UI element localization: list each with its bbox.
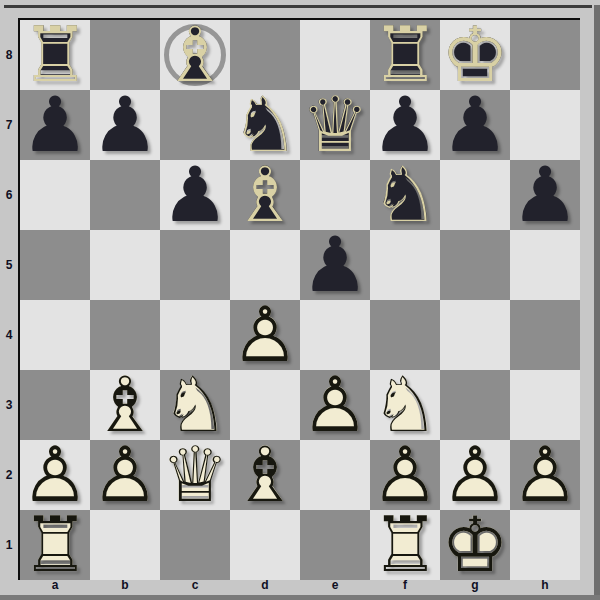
black-pawn-glyph: ♟ xyxy=(300,230,370,300)
white-rook-outline: ♖ xyxy=(370,510,440,580)
rank-label-8: 8 xyxy=(0,20,18,90)
white-pawn-outline: ♙ xyxy=(300,370,370,440)
black-bishop[interactable]: ♝♗ xyxy=(230,160,300,230)
square-g4[interactable] xyxy=(440,300,510,370)
square-e2[interactable] xyxy=(300,440,370,510)
square-c1[interactable] xyxy=(160,510,230,580)
square-d1[interactable] xyxy=(230,510,300,580)
file-label-b: b xyxy=(90,576,160,594)
rank-label-1: 1 xyxy=(0,510,18,580)
black-knight-outline: ♘ xyxy=(370,160,440,230)
white-pawn[interactable]: ♟♙ xyxy=(90,440,160,510)
black-knight[interactable]: ♞♘ xyxy=(370,160,440,230)
square-a7[interactable]: ♟ xyxy=(20,90,90,160)
black-pawn[interactable]: ♟ xyxy=(300,230,370,300)
square-e7[interactable]: ♛♕ xyxy=(300,90,370,160)
white-king-outline: ♔ xyxy=(440,510,510,580)
square-f5[interactable] xyxy=(370,230,440,300)
black-pawn-glyph: ♟ xyxy=(160,160,230,230)
frame-bevel-right xyxy=(594,5,600,600)
chess-board: ♜♖♝♗♜♖♚♔♟♟♞♘♛♕♟♟♟♝♗♞♘♟♟♟♙♝♗♞♘♟♙♞♘♟♙♟♙♛♕♝… xyxy=(18,18,580,580)
file-label-e: e xyxy=(300,576,370,594)
square-h1[interactable] xyxy=(510,510,580,580)
file-label-h: h xyxy=(510,576,580,594)
rank-label-2: 2 xyxy=(0,440,18,510)
square-c6[interactable]: ♟ xyxy=(160,160,230,230)
square-g5[interactable] xyxy=(440,230,510,300)
frame-bevel-top xyxy=(4,5,592,8)
square-b7[interactable]: ♟ xyxy=(90,90,160,160)
black-bishop[interactable]: ♝♗ xyxy=(160,20,230,90)
black-queen[interactable]: ♛♕ xyxy=(300,90,370,160)
chess-diagram-frame: ♜♖♝♗♜♖♚♔♟♟♞♘♛♕♟♟♟♝♗♞♘♟♟♟♙♝♗♞♘♟♙♞♘♟♙♟♙♛♕♝… xyxy=(0,0,600,600)
black-pawn-glyph: ♟ xyxy=(510,160,580,230)
square-g6[interactable] xyxy=(440,160,510,230)
square-b6[interactable] xyxy=(90,160,160,230)
white-rook-outline: ♖ xyxy=(20,510,90,580)
square-f6[interactable]: ♞♘ xyxy=(370,160,440,230)
rank-label-6: 6 xyxy=(0,160,18,230)
white-bishop[interactable]: ♝♗ xyxy=(230,440,300,510)
square-d4[interactable]: ♟♙ xyxy=(230,300,300,370)
square-c8[interactable]: ♝♗ xyxy=(160,20,230,90)
square-b1[interactable] xyxy=(90,510,160,580)
rank-label-4: 4 xyxy=(0,300,18,370)
white-pawn[interactable]: ♟♙ xyxy=(300,370,370,440)
white-queen[interactable]: ♛♕ xyxy=(160,440,230,510)
file-label-c: c xyxy=(160,576,230,594)
black-pawn[interactable]: ♟ xyxy=(20,90,90,160)
rank-label-7: 7 xyxy=(0,90,18,160)
black-queen-outline: ♕ xyxy=(300,90,370,160)
rank-labels: 87654321 xyxy=(0,20,18,580)
white-queen-outline: ♕ xyxy=(160,440,230,510)
square-e5[interactable]: ♟ xyxy=(300,230,370,300)
black-bishop-outline: ♗ xyxy=(230,160,300,230)
white-pawn[interactable]: ♟♙ xyxy=(230,300,300,370)
square-f1[interactable]: ♜♖ xyxy=(370,510,440,580)
square-c2[interactable]: ♛♕ xyxy=(160,440,230,510)
white-rook[interactable]: ♜♖ xyxy=(370,510,440,580)
square-g7[interactable]: ♟ xyxy=(440,90,510,160)
black-pawn[interactable]: ♟ xyxy=(510,160,580,230)
black-pawn-glyph: ♟ xyxy=(90,90,160,160)
white-pawn-outline: ♙ xyxy=(90,440,160,510)
square-h2[interactable]: ♟♙ xyxy=(510,440,580,510)
square-a1[interactable]: ♜♖ xyxy=(20,510,90,580)
square-h6[interactable]: ♟ xyxy=(510,160,580,230)
frame-bevel-bottom xyxy=(0,595,600,600)
black-pawn-glyph: ♟ xyxy=(440,90,510,160)
black-pawn-glyph: ♟ xyxy=(20,90,90,160)
square-h5[interactable] xyxy=(510,230,580,300)
black-pawn[interactable]: ♟ xyxy=(160,160,230,230)
square-e1[interactable] xyxy=(300,510,370,580)
square-d2[interactable]: ♝♗ xyxy=(230,440,300,510)
square-h4[interactable] xyxy=(510,300,580,370)
square-a6[interactable] xyxy=(20,160,90,230)
square-b5[interactable] xyxy=(90,230,160,300)
square-d6[interactable]: ♝♗ xyxy=(230,160,300,230)
white-pawn-outline: ♙ xyxy=(230,300,300,370)
black-pawn[interactable]: ♟ xyxy=(90,90,160,160)
white-king[interactable]: ♚♔ xyxy=(440,510,510,580)
square-h8[interactable] xyxy=(510,20,580,90)
file-label-d: d xyxy=(230,576,300,594)
black-pawn[interactable]: ♟ xyxy=(440,90,510,160)
white-pawn[interactable]: ♟♙ xyxy=(510,440,580,510)
black-bishop-outline: ♗ xyxy=(160,20,230,90)
square-g1[interactable]: ♚♔ xyxy=(440,510,510,580)
square-c5[interactable] xyxy=(160,230,230,300)
white-bishop-outline: ♗ xyxy=(230,440,300,510)
square-a4[interactable] xyxy=(20,300,90,370)
square-e3[interactable]: ♟♙ xyxy=(300,370,370,440)
white-pawn-outline: ♙ xyxy=(510,440,580,510)
square-a5[interactable] xyxy=(20,230,90,300)
rank-label-5: 5 xyxy=(0,230,18,300)
rank-label-3: 3 xyxy=(0,370,18,440)
white-rook[interactable]: ♜♖ xyxy=(20,510,90,580)
square-b2[interactable]: ♟♙ xyxy=(90,440,160,510)
